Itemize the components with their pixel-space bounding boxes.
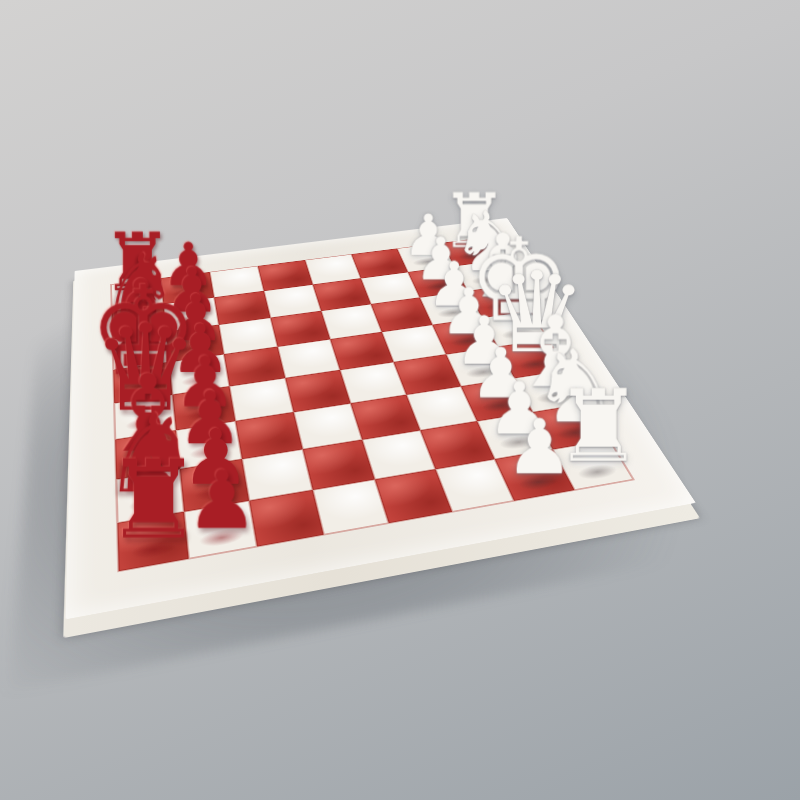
photo-background: ♜♞♝♚♛♝♞♜♟♟♟♟♟♟♟♟♟♟♟♟♟♟♟♟♜♞♝♚♛♝♞♜ <box>0 0 800 800</box>
red-rook-glyph: ♜ <box>54 449 252 552</box>
perspective-scene: ♜♞♝♚♛♝♞♜♟♟♟♟♟♟♟♟♟♟♟♟♟♟♟♟♜♞♝♚♛♝♞♜ <box>0 0 800 800</box>
white-pawn-glyph: ♟ <box>447 413 631 485</box>
square-c4[interactable] <box>351 395 421 440</box>
square-b4[interactable] <box>362 430 435 479</box>
square-a4[interactable] <box>375 469 452 523</box>
chess-board: ♜♞♝♚♛♝♞♜♟♟♟♟♟♟♟♟♟♟♟♟♟♟♟♟♜♞♝♚♛♝♞♜ <box>65 218 696 619</box>
square-a5[interactable] <box>313 479 389 534</box>
